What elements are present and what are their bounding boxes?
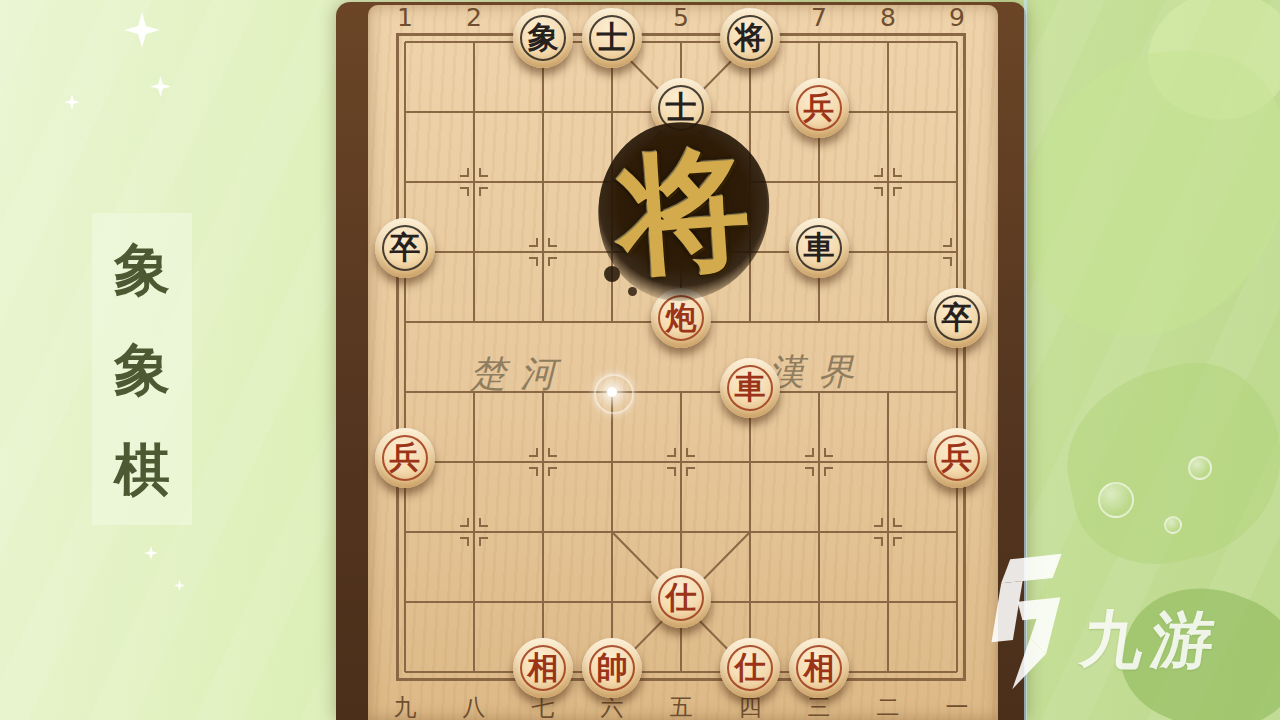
piece-black-advisor[interactable]: 士	[582, 8, 642, 68]
piece-glyph: 車	[720, 358, 780, 418]
move-highlight-dot	[607, 387, 617, 397]
piece-red-advisor[interactable]: 仕	[720, 638, 780, 698]
jiuyou-logo-icon	[972, 548, 1079, 707]
piece-glyph: 士	[582, 8, 642, 68]
bottom-file-label-2: 二	[872, 692, 904, 720]
top-file-label-2: 2	[460, 3, 488, 32]
piece-glyph: 象	[513, 8, 573, 68]
piece-red-soldier[interactable]: 兵	[375, 428, 435, 488]
piece-red-elephant[interactable]: 相	[513, 638, 573, 698]
piece-red-advisor[interactable]: 仕	[651, 568, 711, 628]
bubble-decoration	[1188, 456, 1212, 480]
side-title-xiangqi: 象 象 棋	[92, 213, 192, 525]
piece-glyph: 相	[513, 638, 573, 698]
jiuyou-logo-text: 九游	[1076, 598, 1228, 682]
bottom-file-label-1: 一	[941, 692, 973, 720]
top-file-label-1: 1	[391, 3, 419, 32]
piece-black-soldier[interactable]: 卒	[375, 218, 435, 278]
bottom-file-label-5: 五	[665, 692, 697, 720]
piece-black-general[interactable]: 将	[720, 8, 780, 68]
bubble-decoration	[1164, 516, 1182, 534]
bottom-file-label-8: 八	[458, 692, 490, 720]
piece-glyph: 車	[789, 218, 849, 278]
top-file-label-9: 9	[943, 3, 971, 32]
side-title-char: 棋	[114, 441, 170, 497]
piece-glyph: 兵	[927, 428, 987, 488]
top-file-label-5: 5	[667, 3, 695, 32]
piece-red-chariot[interactable]: 車	[720, 358, 780, 418]
piece-black-soldier[interactable]: 卒	[927, 288, 987, 348]
bubble-decoration	[1098, 482, 1134, 518]
piece-glyph: 相	[789, 638, 849, 698]
watermark-character: 将	[592, 116, 776, 306]
side-title-char: 象	[114, 341, 170, 397]
top-file-label-8: 8	[874, 3, 902, 32]
piece-glyph: 仕	[651, 568, 711, 628]
piece-red-elephant[interactable]: 相	[789, 638, 849, 698]
piece-glyph: 卒	[927, 288, 987, 348]
piece-red-soldier[interactable]: 兵	[789, 78, 849, 138]
piece-red-general[interactable]: 帥	[582, 638, 642, 698]
piece-black-elephant[interactable]: 象	[513, 8, 573, 68]
piece-red-soldier[interactable]: 兵	[927, 428, 987, 488]
side-title-char: 象	[114, 241, 170, 297]
piece-glyph: 兵	[375, 428, 435, 488]
xiangqi-game-screen: 象 象 棋 123456789九八七六五四三二一 楚河 漢界 象士将士兵卒車炮卒…	[0, 0, 1280, 720]
top-file-label-7: 7	[805, 3, 833, 32]
piece-glyph: 帥	[582, 638, 642, 698]
piece-glyph: 将	[720, 8, 780, 68]
river-text-right: 漢界	[768, 348, 868, 397]
watermark-general-logo: 将	[598, 122, 770, 300]
river-text-left: 楚河	[470, 350, 570, 399]
piece-glyph: 兵	[789, 78, 849, 138]
piece-glyph: 卒	[375, 218, 435, 278]
bottom-file-label-9: 九	[389, 692, 421, 720]
piece-glyph: 仕	[720, 638, 780, 698]
piece-black-chariot[interactable]: 車	[789, 218, 849, 278]
